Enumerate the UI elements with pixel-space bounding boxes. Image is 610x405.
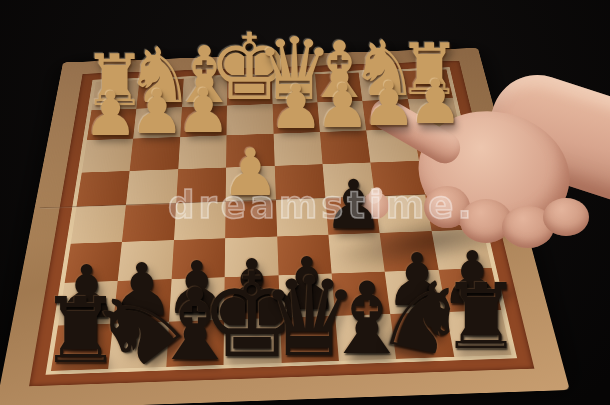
square-h4[interactable] <box>76 171 129 207</box>
square-g5[interactable] <box>122 203 176 241</box>
square-d4[interactable] <box>274 164 325 200</box>
square-f5[interactable] <box>174 201 226 239</box>
photo-stage: ♜♞♝♚♛♝♞♜♟♟♟♟♟♟♟♟♟♟♟♟♟♟♟♟♜♞♝♚♛♝♞♜ dreamst… <box>0 0 610 405</box>
square-h5[interactable] <box>71 205 126 243</box>
piece-white-pawn-e4[interactable]: ♟ <box>221 140 279 205</box>
square-a4[interactable] <box>419 159 475 195</box>
square-d5[interactable] <box>276 198 329 236</box>
piece-black-rook-a8[interactable]: ♜ <box>441 272 522 363</box>
square-g4[interactable] <box>126 169 178 205</box>
piece-black-pawn-c5[interactable]: ♟ <box>323 171 384 239</box>
piece-white-pawn-f2[interactable]: ♟ <box>176 80 231 141</box>
square-f4[interactable] <box>176 167 226 203</box>
piece-white-pawn-a2[interactable]: ♟ <box>408 71 463 132</box>
